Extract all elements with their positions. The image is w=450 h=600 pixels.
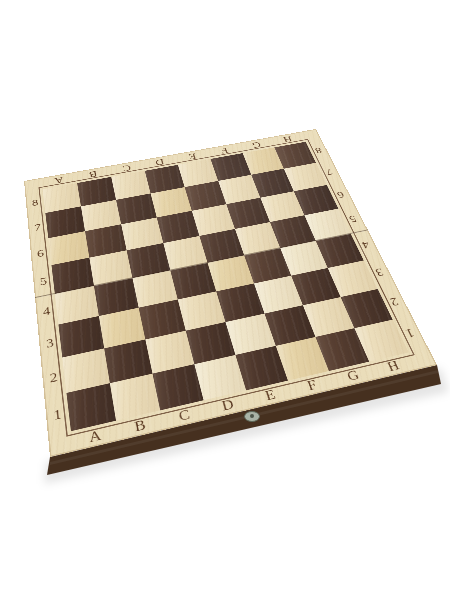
latch	[245, 412, 260, 422]
rank-label-left-8: 8	[25, 189, 45, 216]
rank-label-left-3: 3	[38, 325, 62, 363]
chessboard: ABCDEFGH ABCDEFGH 87654321 87654321	[24, 129, 437, 457]
rank-label-left-6: 6	[30, 238, 52, 269]
rank-label-left-1: 1	[44, 393, 71, 437]
latch-pin	[250, 414, 254, 418]
photo-background: ABCDEFGH ABCDEFGH 87654321 87654321	[0, 0, 450, 600]
rank-label-left-5: 5	[32, 265, 55, 298]
playing-area	[43, 142, 409, 431]
rank-label-left-4: 4	[35, 294, 58, 329]
rank-label-left-7: 7	[27, 213, 48, 242]
rank-label-left-2: 2	[41, 357, 66, 397]
